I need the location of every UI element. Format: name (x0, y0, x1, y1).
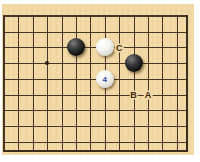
go-stone-black (125, 54, 143, 72)
grid-line-vertical (76, 15, 77, 152)
move-number: 4 (103, 75, 107, 83)
grid-line-horizontal (4, 110, 188, 111)
point-label-b: B (129, 91, 138, 100)
diagram-page: 4CBA (0, 0, 200, 162)
grid-line-horizontal (4, 142, 188, 143)
go-stone-white (96, 38, 114, 56)
grid-line-vertical (119, 15, 120, 152)
grid-line-vertical (3, 15, 5, 152)
point-label-a: A (144, 91, 153, 100)
grid-line-horizontal (4, 126, 188, 127)
grid-line-vertical (90, 15, 91, 152)
grid-line-vertical (62, 15, 63, 152)
grid-line-horizontal (4, 95, 188, 96)
go-stone-white: 4 (96, 70, 114, 88)
grid-line-vertical (162, 15, 163, 152)
grid-line-horizontal (4, 15, 188, 17)
go-board[interactable]: 4CBA (2, 4, 194, 155)
point-label-c: C (115, 43, 124, 52)
go-stone-black (67, 38, 85, 56)
grid-line-vertical (47, 15, 48, 152)
grid-line-vertical (33, 15, 34, 152)
crop-border-bottom (4, 150, 188, 152)
grid-line-vertical (18, 15, 19, 152)
crop-border-right (186, 15, 188, 152)
star-point (45, 61, 49, 65)
grid-line-vertical (177, 15, 178, 152)
grid-line-vertical (134, 15, 135, 152)
grid-line-horizontal (4, 32, 188, 33)
grid-line-vertical (148, 15, 149, 152)
grid-line-horizontal (4, 63, 188, 64)
